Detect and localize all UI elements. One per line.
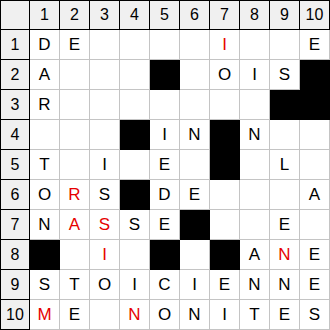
col-header-6: 6 xyxy=(180,0,210,30)
cell-r3c4[interactable] xyxy=(120,90,150,120)
cell-r3c2[interactable] xyxy=(60,90,90,120)
cell-r9c9[interactable]: N xyxy=(270,270,300,300)
cell-r10c7[interactable]: I xyxy=(210,300,240,330)
cell-r1c2[interactable]: E xyxy=(60,30,90,60)
cell-r1c9[interactable] xyxy=(270,30,300,60)
cell-r2c2[interactable] xyxy=(60,60,90,90)
cell-r4c9[interactable] xyxy=(270,120,300,150)
cell-r6c3[interactable]: S xyxy=(90,180,120,210)
cell-r4c1[interactable] xyxy=(30,120,60,150)
cell-r2c9[interactable]: S xyxy=(270,60,300,90)
block-cell-r2c10 xyxy=(300,60,330,90)
block-cell-r8c1 xyxy=(30,240,60,270)
row-header-3: 3 xyxy=(0,90,30,120)
row-header-10: 10 xyxy=(0,300,30,330)
cell-r10c1[interactable]: M xyxy=(30,300,60,330)
cell-r6c10[interactable]: A xyxy=(300,180,330,210)
cell-r6c7[interactable] xyxy=(210,180,240,210)
cell-r5c6[interactable] xyxy=(180,150,210,180)
cell-r7c7[interactable] xyxy=(210,210,240,240)
cell-r2c7[interactable]: O xyxy=(210,60,240,90)
cell-r3c7[interactable] xyxy=(210,90,240,120)
cell-r10c10[interactable]: S xyxy=(300,300,330,330)
cell-r1c6[interactable] xyxy=(180,30,210,60)
cell-r8c6[interactable] xyxy=(180,240,210,270)
cell-r1c7[interactable]: I xyxy=(210,30,240,60)
block-cell-r2c5 xyxy=(150,60,180,90)
cell-r1c5[interactable] xyxy=(150,30,180,60)
cell-r7c3[interactable]: S xyxy=(90,210,120,240)
block-cell-r3c9 xyxy=(270,90,300,120)
cell-r4c6[interactable]: N xyxy=(180,120,210,150)
col-header-7: 7 xyxy=(210,0,240,30)
block-cell-r8c7 xyxy=(210,240,240,270)
cell-r2c4[interactable] xyxy=(120,60,150,90)
row-header-5: 5 xyxy=(0,150,30,180)
cell-r5c9[interactable]: L xyxy=(270,150,300,180)
row-header-9: 9 xyxy=(0,270,30,300)
cell-r8c3[interactable]: I xyxy=(90,240,120,270)
cell-r9c5[interactable]: C xyxy=(150,270,180,300)
cell-r9c10[interactable]: E xyxy=(300,270,330,300)
cell-r1c10[interactable]: E xyxy=(300,30,330,60)
block-cell-r8c5 xyxy=(150,240,180,270)
cell-r10c9[interactable]: E xyxy=(270,300,300,330)
block-cell-r5c7 xyxy=(210,150,240,180)
cell-r1c4[interactable] xyxy=(120,30,150,60)
row-header-8: 8 xyxy=(0,240,30,270)
cell-r5c5[interactable]: E xyxy=(150,150,180,180)
cell-r3c1[interactable]: R xyxy=(30,90,60,120)
cell-r2c1[interactable]: A xyxy=(30,60,60,90)
cell-r5c8[interactable] xyxy=(240,150,270,180)
cell-r7c10[interactable] xyxy=(300,210,330,240)
cell-r10c4[interactable]: N xyxy=(120,300,150,330)
cell-r7c9[interactable]: E xyxy=(270,210,300,240)
cell-r9c6[interactable]: I xyxy=(180,270,210,300)
cell-r7c2[interactable]: A xyxy=(60,210,90,240)
cell-r5c4[interactable] xyxy=(120,150,150,180)
row-header-6: 6 xyxy=(0,180,30,210)
cell-r8c10[interactable]: E xyxy=(300,240,330,270)
cell-r7c8[interactable] xyxy=(240,210,270,240)
crossword-board: 123456789101DEIE2AOIS3R4INN5TIEL6ORSDEA7… xyxy=(0,0,330,330)
cell-r10c3[interactable] xyxy=(90,300,120,330)
cell-r10c8[interactable]: T xyxy=(240,300,270,330)
block-cell-r7c6 xyxy=(180,210,210,240)
col-header-3: 3 xyxy=(90,0,120,30)
cell-r4c10[interactable] xyxy=(300,120,330,150)
cell-r1c1[interactable]: D xyxy=(30,30,60,60)
row-header-1: 1 xyxy=(0,30,30,60)
cell-r4c5[interactable]: I xyxy=(150,120,180,150)
col-header-10: 10 xyxy=(300,0,330,30)
col-header-5: 5 xyxy=(150,0,180,30)
cell-r9c3[interactable]: O xyxy=(90,270,120,300)
cell-r3c3[interactable] xyxy=(90,90,120,120)
cell-r6c8[interactable] xyxy=(240,180,270,210)
cell-r7c1[interactable]: N xyxy=(30,210,60,240)
cell-r3c8[interactable] xyxy=(240,90,270,120)
col-header-4: 4 xyxy=(120,0,150,30)
cell-r1c3[interactable] xyxy=(90,30,120,60)
cell-r5c1[interactable]: T xyxy=(30,150,60,180)
cell-r9c2[interactable]: T xyxy=(60,270,90,300)
col-header-8: 8 xyxy=(240,0,270,30)
block-cell-r6c4 xyxy=(120,180,150,210)
corner-cell xyxy=(0,0,30,30)
cell-r9c8[interactable]: N xyxy=(240,270,270,300)
cell-r6c9[interactable] xyxy=(270,180,300,210)
cell-r8c8[interactable]: A xyxy=(240,240,270,270)
col-header-2: 2 xyxy=(60,0,90,30)
cell-r1c8[interactable] xyxy=(240,30,270,60)
block-cell-r3c10 xyxy=(300,90,330,120)
cell-r8c2[interactable] xyxy=(60,240,90,270)
cell-r6c5[interactable]: D xyxy=(150,180,180,210)
cell-r7c4[interactable]: S xyxy=(120,210,150,240)
block-cell-r4c7 xyxy=(210,120,240,150)
block-cell-r4c4 xyxy=(120,120,150,150)
cell-r9c4[interactable]: I xyxy=(120,270,150,300)
cell-r5c10[interactable] xyxy=(300,150,330,180)
cell-r2c8[interactable]: I xyxy=(240,60,270,90)
cell-r6c6[interactable]: E xyxy=(180,180,210,210)
cell-r2c3[interactable] xyxy=(90,60,120,90)
cell-r4c2[interactable] xyxy=(60,120,90,150)
cell-r10c5[interactable]: O xyxy=(150,300,180,330)
cell-r9c7[interactable]: E xyxy=(210,270,240,300)
cell-r3c6[interactable] xyxy=(180,90,210,120)
cell-r4c3[interactable] xyxy=(90,120,120,150)
cell-r6c2[interactable]: R xyxy=(60,180,90,210)
cell-r8c9[interactable]: N xyxy=(270,240,300,270)
row-header-4: 4 xyxy=(0,120,30,150)
col-header-9: 9 xyxy=(270,0,300,30)
row-header-7: 7 xyxy=(0,210,30,240)
cell-r5c3[interactable]: I xyxy=(90,150,120,180)
cell-r10c6[interactable]: N xyxy=(180,300,210,330)
cell-r8c4[interactable] xyxy=(120,240,150,270)
cell-r2c6[interactable] xyxy=(180,60,210,90)
cell-r5c2[interactable] xyxy=(60,150,90,180)
cell-r4c8[interactable]: N xyxy=(240,120,270,150)
cell-r9c1[interactable]: S xyxy=(30,270,60,300)
row-header-2: 2 xyxy=(0,60,30,90)
cell-r10c2[interactable]: E xyxy=(60,300,90,330)
cell-r6c1[interactable]: O xyxy=(30,180,60,210)
cell-r3c5[interactable] xyxy=(150,90,180,120)
cell-r7c5[interactable]: E xyxy=(150,210,180,240)
col-header-1: 1 xyxy=(30,0,60,30)
